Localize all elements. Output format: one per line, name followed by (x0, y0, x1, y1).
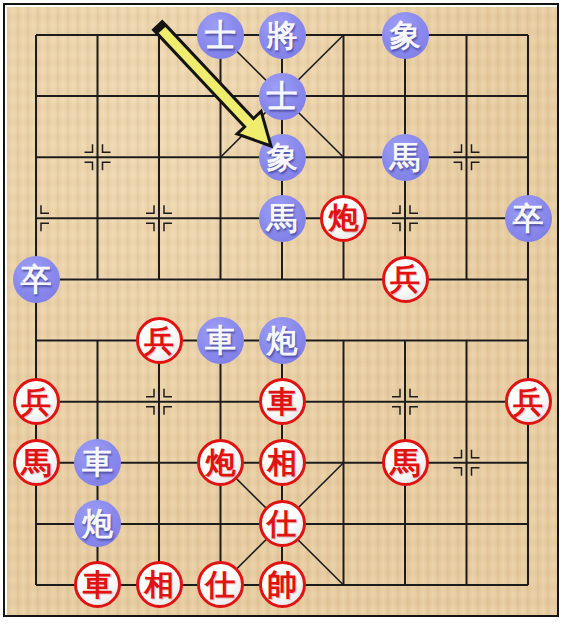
annotation-arrow (0, 0, 566, 624)
xiangqi-game-window: 士將象士象馬馬炮卒卒兵兵車炮兵車兵馬車炮相馬炮仕車相仕帥 (0, 0, 566, 624)
